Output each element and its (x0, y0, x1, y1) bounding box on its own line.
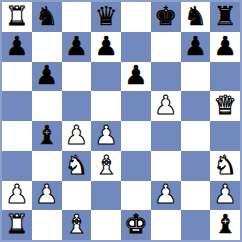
piece-white-rook-icon[interactable]: ♜ (5, 211, 28, 237)
piece-white-pawn-icon[interactable]: ♟ (65, 122, 88, 148)
piece-black-pawn-icon[interactable]: ♟ (5, 33, 28, 59)
piece-white-pawn-icon[interactable]: ♟ (94, 122, 117, 148)
square-a1[interactable]: ♜ (2, 210, 32, 240)
piece-black-knight-icon[interactable]: ♞ (35, 3, 58, 29)
square-g1[interactable] (181, 210, 211, 240)
piece-black-queen-icon[interactable]: ♛ (94, 3, 117, 29)
square-f1[interactable] (151, 210, 181, 240)
square-b3[interactable] (32, 151, 62, 181)
square-h3[interactable]: ♞ (210, 151, 240, 181)
square-d3[interactable]: ♝ (91, 151, 121, 181)
square-g3[interactable] (181, 151, 211, 181)
square-b2[interactable]: ♟ (32, 181, 62, 211)
piece-black-pawn-icon[interactable]: ♟ (35, 62, 58, 88)
piece-white-queen-icon[interactable]: ♛ (213, 92, 236, 118)
piece-black-pawn-icon[interactable]: ♟ (94, 33, 117, 59)
square-f8[interactable]: ♚ (151, 2, 181, 32)
piece-black-pawn-icon[interactable]: ♟ (184, 33, 207, 59)
square-e3[interactable] (121, 151, 151, 181)
square-c3[interactable]: ♞ (62, 151, 92, 181)
square-a7[interactable]: ♟ (2, 32, 32, 62)
square-f5[interactable]: ♟ (151, 91, 181, 121)
piece-black-bishop-icon[interactable]: ♝ (213, 211, 236, 237)
square-c1[interactable]: ♝ (62, 210, 92, 240)
square-f4[interactable] (151, 121, 181, 151)
square-d8[interactable]: ♛ (91, 2, 121, 32)
square-h6[interactable] (210, 62, 240, 92)
piece-black-knight-icon[interactable]: ♞ (184, 3, 207, 29)
square-b4[interactable]: ♝ (32, 121, 62, 151)
piece-black-rook-icon[interactable]: ♜ (213, 3, 236, 29)
square-g5[interactable] (181, 91, 211, 121)
square-g6[interactable] (181, 62, 211, 92)
square-a3[interactable] (2, 151, 32, 181)
square-e6[interactable]: ♟ (121, 62, 151, 92)
square-f2[interactable]: ♟ (151, 181, 181, 211)
square-c6[interactable] (62, 62, 92, 92)
piece-white-pawn-icon[interactable]: ♟ (35, 181, 58, 207)
square-e1[interactable]: ♚ (121, 210, 151, 240)
square-a2[interactable]: ♟ (2, 181, 32, 211)
square-d6[interactable] (91, 62, 121, 92)
square-b1[interactable] (32, 210, 62, 240)
piece-white-knight-icon[interactable]: ♞ (65, 152, 88, 178)
square-e5[interactable] (121, 91, 151, 121)
piece-black-bishop-icon[interactable]: ♝ (35, 122, 58, 148)
square-d1[interactable] (91, 210, 121, 240)
square-c4[interactable]: ♟ (62, 121, 92, 151)
square-b7[interactable] (32, 32, 62, 62)
square-h5[interactable]: ♛ (210, 91, 240, 121)
square-d4[interactable]: ♟ (91, 121, 121, 151)
square-e2[interactable] (121, 181, 151, 211)
square-f7[interactable] (151, 32, 181, 62)
piece-white-pawn-icon[interactable]: ♟ (213, 181, 236, 207)
square-d2[interactable] (91, 181, 121, 211)
square-g4[interactable] (181, 121, 211, 151)
piece-black-pawn-icon[interactable]: ♟ (65, 33, 88, 59)
square-h7[interactable]: ♟ (210, 32, 240, 62)
square-a6[interactable] (2, 62, 32, 92)
square-c5[interactable] (62, 91, 92, 121)
square-b5[interactable] (32, 91, 62, 121)
square-e7[interactable] (121, 32, 151, 62)
square-g8[interactable]: ♞ (181, 2, 211, 32)
square-b6[interactable]: ♟ (32, 62, 62, 92)
square-g7[interactable]: ♟ (181, 32, 211, 62)
square-g2[interactable] (181, 181, 211, 211)
piece-white-pawn-icon[interactable]: ♟ (154, 181, 177, 207)
square-c7[interactable]: ♟ (62, 32, 92, 62)
piece-white-bishop-icon[interactable]: ♝ (65, 211, 88, 237)
square-h2[interactable]: ♟ (210, 181, 240, 211)
square-b8[interactable]: ♞ (32, 2, 62, 32)
piece-white-pawn-icon[interactable]: ♟ (154, 92, 177, 118)
square-h1[interactable]: ♝ (210, 210, 240, 240)
square-d7[interactable]: ♟ (91, 32, 121, 62)
piece-white-pawn-icon[interactable]: ♟ (5, 181, 28, 207)
square-f3[interactable] (151, 151, 181, 181)
piece-white-rook-icon[interactable]: ♜ (5, 3, 28, 29)
piece-white-bishop-icon[interactable]: ♝ (94, 152, 117, 178)
piece-black-pawn-icon[interactable]: ♟ (213, 33, 236, 59)
square-a5[interactable] (2, 91, 32, 121)
piece-white-king-icon[interactable]: ♚ (124, 211, 147, 237)
square-f6[interactable] (151, 62, 181, 92)
square-a8[interactable]: ♜ (2, 2, 32, 32)
square-d5[interactable] (91, 91, 121, 121)
square-c2[interactable] (62, 181, 92, 211)
square-h4[interactable] (210, 121, 240, 151)
square-c8[interactable] (62, 2, 92, 32)
piece-black-king-icon[interactable]: ♚ (154, 3, 177, 29)
square-h8[interactable]: ♜ (210, 2, 240, 32)
piece-white-knight-icon[interactable]: ♞ (213, 152, 236, 178)
square-e8[interactable] (121, 2, 151, 32)
square-e4[interactable] (121, 121, 151, 151)
chess-board: ♜♞♛♚♞♜♟♟♟♟♟♟♟♟♛♝♟♟♞♝♞♟♟♟♟♜♝♚♝ (0, 0, 242, 242)
piece-black-pawn-icon[interactable]: ♟ (124, 62, 147, 88)
square-a4[interactable] (2, 121, 32, 151)
